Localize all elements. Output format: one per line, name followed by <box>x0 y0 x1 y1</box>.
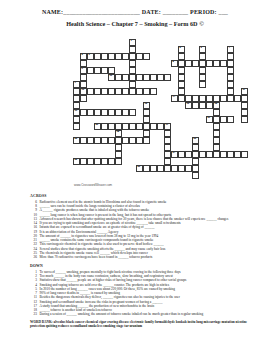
crossword-cell[interactable] <box>87 88 94 95</box>
crossword-cell[interactable] <box>143 137 150 144</box>
crossword-cell[interactable]: 25 <box>73 158 80 165</box>
crossword-cell[interactable] <box>101 109 108 116</box>
crossword-cell[interactable] <box>73 88 80 95</box>
crossword-cell[interactable] <box>129 67 136 74</box>
crossword-cell[interactable]: 1 <box>129 39 136 46</box>
crossword-cell[interactable] <box>129 88 136 95</box>
name-blank: ________________________ <box>63 9 140 15</box>
crossword-cell[interactable] <box>115 88 122 95</box>
crossword-cell[interactable]: 4 <box>227 46 234 53</box>
clue-number: 20 <box>95 124 98 127</box>
crossword-cell[interactable] <box>227 74 234 81</box>
crossword-cell[interactable] <box>143 88 150 95</box>
crossword-cell[interactable] <box>213 144 220 151</box>
crossword-cell[interactable] <box>206 60 213 67</box>
crossword-cell[interactable] <box>213 123 220 130</box>
crossword-cell[interactable] <box>143 123 150 130</box>
crossword-cell[interactable] <box>220 60 227 67</box>
clue-number: 25 <box>74 159 77 162</box>
crossword-cell[interactable] <box>213 130 220 137</box>
crossword-cell[interactable]: 16 <box>185 102 192 109</box>
crossword-cell[interactable]: 8 <box>171 60 178 67</box>
crossword-cell[interactable] <box>178 95 185 102</box>
crossword-cell[interactable] <box>220 116 227 123</box>
crossword-grid: 1234591367198101112141516171820212223242… <box>73 39 249 180</box>
crossword-cell[interactable] <box>164 144 171 151</box>
crossword-cell[interactable] <box>87 109 94 116</box>
crossword-cell[interactable] <box>94 53 101 60</box>
crossword-cell[interactable] <box>143 116 150 123</box>
clue-line-number: 26 <box>30 255 37 259</box>
crossword-cell[interactable] <box>73 102 80 109</box>
clue-number: 7 <box>74 82 75 85</box>
crossword-cell[interactable] <box>80 109 87 116</box>
crossword-cell[interactable] <box>220 95 227 102</box>
clue-number: 23 <box>193 138 196 141</box>
crossword-cell[interactable]: 2 <box>178 46 185 53</box>
crossword-cell[interactable] <box>122 88 129 95</box>
crossword-cell[interactable] <box>80 137 87 144</box>
crossword-cell[interactable] <box>227 53 234 60</box>
period-blank: ___ <box>218 9 228 15</box>
crossword-cell[interactable] <box>129 60 136 67</box>
crossword-cell[interactable] <box>115 109 122 116</box>
clue-number: 24 <box>172 152 175 155</box>
crossword-cell[interactable]: 26 <box>136 165 143 172</box>
crossword-cell[interactable] <box>227 60 234 67</box>
crossword-cell[interactable] <box>192 158 199 165</box>
crossword-cell[interactable] <box>227 95 234 102</box>
crossword-cell[interactable] <box>234 151 241 158</box>
crossword-cell[interactable] <box>122 137 129 144</box>
crossword-cell[interactable] <box>206 151 213 158</box>
crossword-cell[interactable]: 21 <box>206 116 213 123</box>
crossword-cell[interactable] <box>115 123 122 130</box>
crossword-cell[interactable] <box>143 165 150 172</box>
name-date-period-line: NAME:________________________ DATE: ____… <box>0 9 270 15</box>
clue-number: 15 <box>214 103 217 106</box>
crossword-cell[interactable] <box>213 116 220 123</box>
crossword-cell[interactable] <box>227 88 234 95</box>
crossword-cell[interactable] <box>199 67 206 74</box>
crossword-cell[interactable] <box>199 81 206 88</box>
clue-line: 26More than 70 radioactive carcinogens h… <box>30 255 258 259</box>
clue-number: 19 <box>74 110 77 113</box>
crossword-cell[interactable] <box>136 123 143 130</box>
crossword-cell[interactable] <box>241 102 248 109</box>
crossword-cell[interactable] <box>241 116 248 123</box>
across-clue-list: 6Radioactive element used in the atomic … <box>30 200 258 260</box>
clue-line: 23During a session of ______ smoking, th… <box>30 312 258 316</box>
crossword-cell[interactable] <box>129 53 136 60</box>
crossword-cell[interactable] <box>178 81 185 88</box>
crossword-cell[interactable] <box>129 109 136 116</box>
crossword-cell[interactable] <box>171 165 178 172</box>
period-label: PERIOD: <box>190 9 217 15</box>
crossword-cell[interactable] <box>178 67 185 74</box>
crossword-cell[interactable] <box>115 137 122 144</box>
date-label: DATE: <box>142 9 161 15</box>
clue-number: 4 <box>228 47 229 50</box>
crossword-cell[interactable] <box>115 151 122 158</box>
word-bank-label: WORD BANK: <box>30 320 53 324</box>
crossword-cell[interactable]: 24 <box>171 151 178 158</box>
worksheet-page: NAME:________________________ DATE: ____… <box>0 0 270 350</box>
crossword-cell[interactable] <box>122 53 129 60</box>
crossword-cell[interactable] <box>94 158 101 165</box>
crossword-cell[interactable]: 10 <box>108 74 115 81</box>
crossword-cell[interactable] <box>136 53 143 60</box>
clue-line-text: More than 70 radioactive carcinogens hav… <box>40 255 153 259</box>
crossword-cell[interactable] <box>94 88 101 95</box>
crossword-cell[interactable]: 19 <box>73 109 80 116</box>
clue-number: 2 <box>179 47 180 50</box>
crossword-cell[interactable] <box>108 158 115 165</box>
crossword-cell[interactable] <box>108 137 115 144</box>
crossword-cell[interactable] <box>150 88 157 95</box>
crossword-cell[interactable] <box>136 74 143 81</box>
crossword-cell[interactable] <box>206 95 213 102</box>
crossword-cell[interactable] <box>157 74 164 81</box>
crossword-cell[interactable] <box>129 123 136 130</box>
crossword-cell[interactable] <box>73 116 80 123</box>
crossword-cell[interactable] <box>213 95 220 102</box>
clue-line-text: During a session of ______ smoking, the … <box>40 312 204 316</box>
crossword-cell[interactable] <box>115 144 122 151</box>
crossword-cell[interactable]: 5 <box>80 53 87 60</box>
crossword-cell[interactable] <box>227 81 234 88</box>
crossword-cell[interactable] <box>241 151 248 158</box>
crossword-cell[interactable]: 15 <box>213 102 220 109</box>
crossword-cell[interactable] <box>178 53 185 60</box>
crossword-cell[interactable] <box>213 151 220 158</box>
crossword-cell[interactable] <box>164 74 171 81</box>
crossword-cell[interactable] <box>80 158 87 165</box>
crossword-cell[interactable]: 14 <box>171 95 178 102</box>
crossword-cell[interactable] <box>73 123 80 130</box>
crossword-cell[interactable] <box>143 74 150 81</box>
crossword-cell[interactable] <box>94 137 101 144</box>
date-blank: ________ <box>163 9 189 15</box>
crossword-cell[interactable] <box>164 151 171 158</box>
crossword-cell[interactable]: 7 <box>73 81 80 88</box>
crossword-cell[interactable] <box>143 53 150 60</box>
crossword-cell[interactable] <box>199 74 206 81</box>
grid-credit: www.CrosswordWeaver.com <box>74 183 112 187</box>
crossword-cell[interactable] <box>108 53 115 60</box>
crossword-cell[interactable] <box>122 109 129 116</box>
crossword-cell[interactable]: 3 <box>199 46 206 53</box>
crossword-cell[interactable] <box>192 151 199 158</box>
crossword-cell[interactable] <box>129 137 136 144</box>
crossword-cell[interactable] <box>136 137 143 144</box>
crossword-cell[interactable] <box>164 158 171 165</box>
clue-number: 17 <box>165 124 168 127</box>
clue-number: 22 <box>74 138 77 141</box>
crossword-cell[interactable] <box>199 53 206 60</box>
crossword-cell[interactable] <box>87 67 94 74</box>
clue-number: 5 <box>81 54 82 57</box>
clue-number: 9 <box>81 68 82 71</box>
crossword-cell[interactable] <box>94 67 101 74</box>
clue-number: 14 <box>172 96 175 99</box>
crossword-cell[interactable] <box>101 88 108 95</box>
down-clue-list: 1To succeed ______ smoking, prepare ment… <box>30 270 258 317</box>
clue-number: 12 <box>144 103 147 106</box>
crossword-cell[interactable] <box>80 81 87 88</box>
crossword-cell[interactable] <box>108 123 115 130</box>
crossword-cell[interactable] <box>227 116 234 123</box>
crossword-cell[interactable] <box>87 137 94 144</box>
crossword-cell[interactable] <box>178 88 185 95</box>
crossword-cell[interactable] <box>164 137 171 144</box>
crossword-cell[interactable] <box>80 95 87 102</box>
crossword-cell[interactable] <box>192 172 199 179</box>
across-clues-section: ACROSS 6Radioactive element used in the … <box>30 194 258 259</box>
clue-number: 10 <box>109 75 112 78</box>
crossword-cell[interactable] <box>213 109 220 116</box>
clue-number: 16 <box>186 103 189 106</box>
crossword-cell[interactable] <box>199 151 206 158</box>
crossword-cell[interactable] <box>220 151 227 158</box>
crossword-cell[interactable]: 22 <box>73 137 80 144</box>
down-clues-section: DOWN 1To succeed ______ smoking, prepare… <box>30 264 258 317</box>
crossword-cell[interactable] <box>199 95 206 102</box>
crossword-cell[interactable] <box>122 123 129 130</box>
crossword-cell[interactable] <box>213 137 220 144</box>
crossword-cell[interactable] <box>157 165 164 172</box>
crossword-cell[interactable]: 23 <box>192 137 199 144</box>
clue-number: 3 <box>200 47 201 50</box>
word-bank: WORD BANK: alveolus black cancer chemica… <box>30 320 256 329</box>
crossword-cell[interactable] <box>185 60 192 67</box>
across-heading: ACROSS <box>30 194 258 198</box>
crossword-cell[interactable] <box>164 130 171 137</box>
crossword-cell[interactable] <box>101 67 108 74</box>
crossword-cell[interactable] <box>115 53 122 60</box>
crossword-cell[interactable] <box>192 165 199 172</box>
down-heading: DOWN <box>30 264 258 268</box>
crossword-cell[interactable] <box>87 158 94 165</box>
name-label: NAME: <box>42 9 63 15</box>
clue-number: 26 <box>137 166 140 169</box>
crossword-cell[interactable] <box>115 158 122 165</box>
crossword-cell[interactable] <box>101 53 108 60</box>
crossword-cell[interactable]: 11 <box>241 88 248 95</box>
clue-line-number: 23 <box>30 312 37 316</box>
clue-number: 8 <box>172 61 173 64</box>
crossword-cell[interactable] <box>192 95 199 102</box>
crossword-cell[interactable] <box>199 60 206 67</box>
clue-number: 1 <box>130 40 131 43</box>
crossword-cell[interactable] <box>101 137 108 144</box>
crossword-cell[interactable]: 6 <box>87 53 94 60</box>
worksheet-title: Health Science – Chapter 7 – Smoking – F… <box>0 20 270 27</box>
crossword-cell[interactable] <box>136 88 143 95</box>
crossword-cell[interactable] <box>178 74 185 81</box>
clue-number: 6 <box>88 54 89 57</box>
crossword-cell[interactable] <box>122 74 129 81</box>
clue-number: 11 <box>242 89 245 92</box>
crossword-cell[interactable]: 20 <box>94 123 101 130</box>
crossword-cell[interactable] <box>227 67 234 74</box>
crossword-cell[interactable] <box>143 130 150 137</box>
word-bank-words: alveolus black cancer chemical cigar cra… <box>30 320 247 328</box>
crossword-cell[interactable] <box>80 60 87 67</box>
crossword-cell[interactable] <box>199 102 206 109</box>
clue-number: 21 <box>207 117 210 120</box>
crossword-cell[interactable] <box>157 123 164 130</box>
crossword-cell[interactable] <box>178 60 185 67</box>
crossword-cell[interactable]: 17 <box>164 123 171 130</box>
crossword-cell[interactable] <box>178 151 185 158</box>
crossword-cell[interactable] <box>192 102 199 109</box>
crossword-cell[interactable]: 9 <box>80 67 87 74</box>
crossword-cell[interactable] <box>227 151 234 158</box>
crossword-cell[interactable]: 18 <box>115 130 122 137</box>
crossword-cell[interactable] <box>129 74 136 81</box>
clue-number: 13 <box>81 89 84 92</box>
crossword-cell[interactable] <box>143 109 150 116</box>
crossword-cell[interactable] <box>241 109 248 116</box>
clue-number: 18 <box>116 131 119 134</box>
crossword-cell[interactable] <box>150 165 157 172</box>
crossword-cell[interactable] <box>241 95 248 102</box>
crossword-cell[interactable] <box>101 123 108 130</box>
crossword-cell[interactable] <box>129 46 136 53</box>
crossword-cell[interactable] <box>73 95 80 102</box>
crossword-cell[interactable] <box>108 67 115 74</box>
crossword-cell[interactable] <box>192 144 199 151</box>
crossword-cell[interactable] <box>185 151 192 158</box>
crossword-cell[interactable] <box>206 102 213 109</box>
crossword-cell[interactable] <box>108 109 115 116</box>
crossword-cell[interactable]: 12 <box>143 102 150 109</box>
crossword-cell[interactable]: 13 <box>80 88 87 95</box>
crossword-cell[interactable] <box>115 74 122 81</box>
crossword-cell[interactable] <box>178 165 185 172</box>
crossword-cell[interactable] <box>192 60 199 67</box>
crossword-cell[interactable] <box>129 81 136 88</box>
crossword-cell[interactable] <box>234 95 241 102</box>
crossword-cell[interactable] <box>94 109 101 116</box>
crossword-cell[interactable] <box>185 165 192 172</box>
crossword-cell[interactable] <box>101 158 108 165</box>
crossword-cell[interactable] <box>150 123 157 130</box>
crossword-cell[interactable] <box>185 95 192 102</box>
crossword-cell[interactable] <box>80 74 87 81</box>
crossword-cell[interactable] <box>213 60 220 67</box>
crossword-cell[interactable] <box>108 88 115 95</box>
crossword-cell[interactable] <box>150 74 157 81</box>
crossword-cell[interactable] <box>164 165 171 172</box>
